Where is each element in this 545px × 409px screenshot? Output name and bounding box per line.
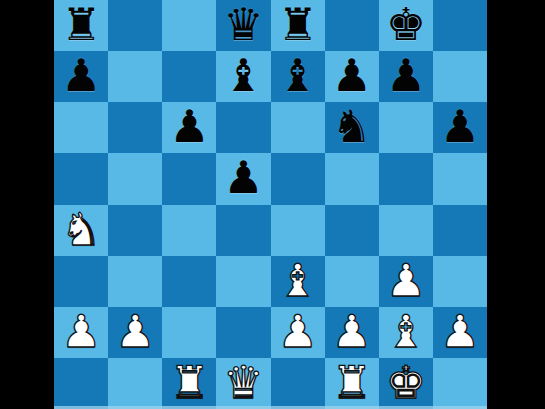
square-f7[interactable]: ♟ — [325, 51, 379, 102]
white-pawn[interactable]: ♟ — [61, 309, 101, 354]
video-frame: ♜♛♜♚♟♝♝♟♟♟♞♟♟♞♝♟♟♟♟♟♝♟♜♛♜♚ — [0, 0, 545, 409]
square-f6[interactable]: ♞ — [325, 102, 379, 153]
square-a1[interactable] — [54, 358, 108, 409]
square-b1[interactable] — [108, 358, 162, 409]
square-f8[interactable] — [325, 0, 379, 51]
black-pawn[interactable]: ♟ — [61, 53, 101, 98]
white-pawn[interactable]: ♟ — [115, 309, 155, 354]
square-d6[interactable] — [216, 102, 270, 153]
square-e7[interactable]: ♝ — [271, 51, 325, 102]
square-g1[interactable]: ♚ — [379, 358, 433, 409]
square-a7[interactable]: ♟ — [54, 51, 108, 102]
square-a5[interactable] — [54, 153, 108, 204]
square-e8[interactable]: ♜ — [271, 0, 325, 51]
square-b5[interactable] — [108, 153, 162, 204]
square-b6[interactable] — [108, 102, 162, 153]
black-bishop[interactable]: ♝ — [277, 53, 317, 98]
square-h4[interactable] — [433, 205, 487, 256]
square-d3[interactable] — [216, 256, 270, 307]
square-e2[interactable]: ♟ — [271, 307, 325, 358]
square-g8[interactable]: ♚ — [379, 0, 433, 51]
square-c1[interactable]: ♜ — [162, 358, 216, 409]
square-a8[interactable]: ♜ — [54, 0, 108, 51]
square-c7[interactable] — [162, 51, 216, 102]
chess-board: ♜♛♜♚♟♝♝♟♟♟♞♟♟♞♝♟♟♟♟♟♝♟♜♛♜♚ — [54, 0, 487, 409]
black-rook[interactable]: ♜ — [277, 2, 317, 47]
square-a4[interactable]: ♞ — [54, 205, 108, 256]
square-b2[interactable]: ♟ — [108, 307, 162, 358]
square-a3[interactable] — [54, 256, 108, 307]
square-b8[interactable] — [108, 0, 162, 51]
square-f2[interactable]: ♟ — [325, 307, 379, 358]
square-f3[interactable] — [325, 256, 379, 307]
white-pawn[interactable]: ♟ — [277, 309, 317, 354]
black-bishop[interactable]: ♝ — [223, 53, 263, 98]
square-a2[interactable]: ♟ — [54, 307, 108, 358]
square-e1[interactable] — [271, 358, 325, 409]
square-c3[interactable] — [162, 256, 216, 307]
square-d5[interactable]: ♟ — [216, 153, 270, 204]
white-rook[interactable]: ♜ — [169, 360, 209, 405]
square-d7[interactable]: ♝ — [216, 51, 270, 102]
white-bishop[interactable]: ♝ — [277, 258, 317, 303]
black-pawn[interactable]: ♟ — [332, 53, 372, 98]
square-h6[interactable]: ♟ — [433, 102, 487, 153]
square-a6[interactable] — [54, 102, 108, 153]
square-g5[interactable] — [379, 153, 433, 204]
square-g4[interactable] — [379, 205, 433, 256]
square-c6[interactable]: ♟ — [162, 102, 216, 153]
white-king[interactable]: ♚ — [386, 360, 426, 405]
square-g3[interactable]: ♟ — [379, 256, 433, 307]
square-f5[interactable] — [325, 153, 379, 204]
square-c4[interactable] — [162, 205, 216, 256]
square-h5[interactable] — [433, 153, 487, 204]
square-d8[interactable]: ♛ — [216, 0, 270, 51]
square-g2[interactable]: ♝ — [379, 307, 433, 358]
square-h1[interactable] — [433, 358, 487, 409]
black-pawn[interactable]: ♟ — [386, 53, 426, 98]
square-e4[interactable] — [271, 205, 325, 256]
white-rook[interactable]: ♜ — [332, 360, 372, 405]
square-d4[interactable] — [216, 205, 270, 256]
square-e5[interactable] — [271, 153, 325, 204]
white-bishop[interactable]: ♝ — [386, 309, 426, 354]
white-pawn[interactable]: ♟ — [386, 258, 426, 303]
square-b7[interactable] — [108, 51, 162, 102]
square-h2[interactable]: ♟ — [433, 307, 487, 358]
square-h8[interactable] — [433, 0, 487, 51]
black-knight[interactable]: ♞ — [332, 104, 372, 149]
white-pawn[interactable]: ♟ — [440, 309, 480, 354]
black-queen[interactable]: ♛ — [223, 2, 263, 47]
square-g7[interactable]: ♟ — [379, 51, 433, 102]
black-rook[interactable]: ♜ — [61, 2, 101, 47]
square-c2[interactable] — [162, 307, 216, 358]
square-f4[interactable] — [325, 205, 379, 256]
black-pawn[interactable]: ♟ — [169, 104, 209, 149]
square-b4[interactable] — [108, 205, 162, 256]
square-h7[interactable] — [433, 51, 487, 102]
square-e3[interactable]: ♝ — [271, 256, 325, 307]
white-pawn[interactable]: ♟ — [332, 309, 372, 354]
square-e6[interactable] — [271, 102, 325, 153]
square-d2[interactable] — [216, 307, 270, 358]
square-c8[interactable] — [162, 0, 216, 51]
black-pawn[interactable]: ♟ — [223, 155, 263, 200]
white-queen[interactable]: ♛ — [223, 360, 263, 405]
square-g6[interactable] — [379, 102, 433, 153]
white-knight[interactable]: ♞ — [61, 207, 101, 252]
square-f1[interactable]: ♜ — [325, 358, 379, 409]
black-pawn[interactable]: ♟ — [440, 104, 480, 149]
square-d1[interactable]: ♛ — [216, 358, 270, 409]
black-king[interactable]: ♚ — [386, 2, 426, 47]
square-c5[interactable] — [162, 153, 216, 204]
square-b3[interactable] — [108, 256, 162, 307]
square-h3[interactable] — [433, 256, 487, 307]
